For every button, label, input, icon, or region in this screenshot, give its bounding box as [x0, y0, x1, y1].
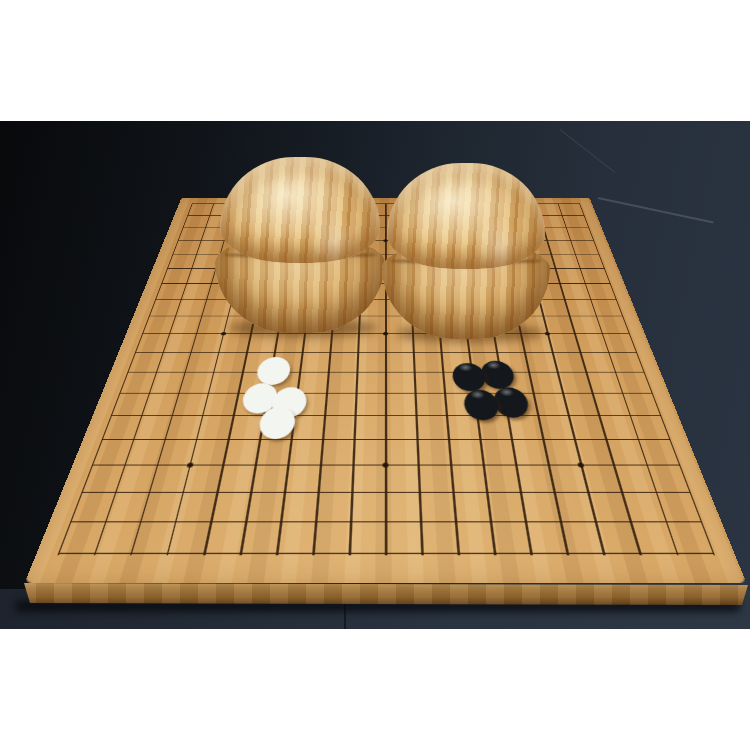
bowl-gloss-highlight	[307, 206, 358, 273]
star-point	[577, 462, 584, 467]
star-point	[186, 462, 193, 467]
bowl-gloss-highlight	[473, 212, 523, 279]
stone-bowl-right	[382, 163, 550, 339]
stone-bowl-left	[215, 157, 385, 333]
white-stone: ●	[251, 399, 303, 441]
photo-frame: ●●●●●●●●	[0, 0, 750, 750]
star-point	[382, 462, 388, 467]
photo-area: ●●●●●●●●	[0, 121, 750, 629]
board-front-edge	[0, 581, 750, 607]
black-stone: ●	[457, 382, 507, 421]
